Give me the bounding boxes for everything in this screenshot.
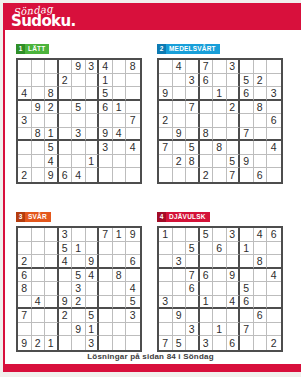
cell-r7c8: 6 — [254, 309, 268, 323]
cell-r7c5 — [213, 309, 227, 323]
bottom-red-bar — [3, 364, 301, 372]
cell-r3c2 — [32, 255, 46, 269]
cell-r6c9 — [267, 296, 281, 310]
cell-r4c5: 5 — [72, 101, 86, 115]
cell-r5c6 — [86, 114, 100, 128]
cell-r3c8 — [113, 87, 127, 101]
sudoku-grid-medium: 473365291637282698775842859276 — [157, 58, 283, 184]
cell-r8c5 — [72, 155, 86, 169]
puzzle-section-devilish: 4DJÄVULSK 153465613876946531469631775362 — [157, 205, 283, 352]
cell-r3c1: 9 — [159, 87, 173, 101]
cell-r8c2 — [32, 155, 46, 169]
cell-r7c6 — [227, 141, 241, 155]
cell-r4c1 — [159, 101, 173, 115]
cell-r6c7 — [99, 296, 113, 310]
cell-r7c8 — [254, 141, 268, 155]
cell-r6c4: 9 — [59, 296, 73, 310]
cell-r8c6: 1 — [86, 155, 100, 169]
cell-r5c4 — [200, 282, 214, 296]
cell-r8c1 — [18, 323, 32, 337]
cell-r2c1 — [159, 74, 173, 88]
cell-r2c2 — [173, 242, 187, 256]
cell-r7c4 — [59, 141, 73, 155]
cell-r7c8 — [113, 141, 127, 155]
puzzle-number-badge: 2 — [157, 44, 166, 54]
cell-r2c5: 6 — [213, 242, 227, 256]
cell-r1c8 — [113, 60, 127, 74]
cell-r9c7 — [240, 336, 254, 350]
cell-r4c7 — [240, 101, 254, 115]
cell-r4c8 — [254, 269, 268, 283]
cell-r1c9: 6 — [267, 228, 281, 242]
cell-r3c5: 1 — [213, 87, 227, 101]
cell-r8c4 — [200, 155, 214, 169]
cell-r4c6: 4 — [86, 269, 100, 283]
cell-r6c8 — [113, 296, 127, 310]
cell-r6c7: 9 — [99, 128, 113, 142]
cell-r6c1 — [18, 296, 32, 310]
cell-r4c1: 6 — [18, 269, 32, 283]
cell-r8c5: 9 — [72, 323, 86, 337]
cell-r3c1 — [159, 255, 173, 269]
cell-r8c3 — [45, 323, 59, 337]
cell-r9c6 — [86, 168, 100, 182]
cell-r2c6 — [86, 242, 100, 256]
cell-r1c5 — [72, 228, 86, 242]
cell-r8c1 — [159, 155, 173, 169]
cell-r8c3: 8 — [186, 155, 200, 169]
cell-r1c9: 8 — [126, 60, 140, 74]
cell-r2c1 — [159, 242, 173, 256]
cell-r9c6: 6 — [227, 336, 241, 350]
cell-r2c8 — [113, 74, 127, 88]
cell-r7c2 — [173, 141, 187, 155]
cell-r4c6: 2 — [227, 101, 241, 115]
cell-r4c2: 9 — [32, 101, 46, 115]
cell-r8c2 — [173, 323, 187, 337]
cell-r9c4: 3 — [200, 336, 214, 350]
cell-r1c7: 4 — [99, 60, 113, 74]
cell-r3c6 — [86, 87, 100, 101]
cell-r5c9: 4 — [126, 282, 140, 296]
cell-r9c8 — [113, 336, 127, 350]
cell-r1c9: 9 — [126, 228, 140, 242]
cell-r3c2 — [32, 87, 46, 101]
cell-r7c7 — [240, 309, 254, 323]
cell-r8c4 — [59, 323, 73, 337]
cell-r2c3 — [45, 74, 59, 88]
cell-r5c4 — [59, 114, 73, 128]
cell-r2c7: 1 — [99, 74, 113, 88]
cell-r3c2: 3 — [173, 255, 187, 269]
cell-r2c7: 5 — [240, 74, 254, 88]
cell-r4c8: 8 — [113, 269, 127, 283]
cell-r3c1: 2 — [18, 255, 32, 269]
cell-r3c7 — [99, 255, 113, 269]
cell-r8c6 — [227, 323, 241, 337]
cell-r6c8 — [254, 128, 268, 142]
cell-r1c3 — [186, 228, 200, 242]
cell-r8c7: 7 — [240, 323, 254, 337]
cell-r2c5 — [213, 74, 227, 88]
cell-r2c1 — [18, 242, 32, 256]
cell-r4c9 — [126, 269, 140, 283]
cell-r3c6: 9 — [86, 255, 100, 269]
cell-r7c7: 3 — [99, 141, 113, 155]
cell-r7c2 — [32, 141, 46, 155]
cell-r3c7: 5 — [99, 87, 113, 101]
cell-r1c2 — [32, 60, 46, 74]
cell-r6c5 — [213, 128, 227, 142]
puzzle-section-medium: 2MEDELSVÅRT 4733652916372826987758428592… — [157, 37, 283, 184]
cell-r4c1 — [159, 269, 173, 283]
cell-r5c9 — [267, 282, 281, 296]
cell-r5c1 — [159, 282, 173, 296]
cell-r9c3 — [186, 168, 200, 182]
cell-r1c9 — [267, 60, 281, 74]
cell-r5c6 — [227, 114, 241, 128]
cell-r4c4: 6 — [200, 269, 214, 283]
cell-r2c8 — [254, 242, 268, 256]
sudoku-grid-devilish: 153465613876946531469631775362 — [157, 226, 283, 352]
cell-r1c6: 3 — [227, 60, 241, 74]
sudoku-grid-hard: 3719512496654883449257253919213 — [16, 226, 142, 352]
cell-r5c2 — [173, 114, 187, 128]
cell-r1c1: 1 — [159, 228, 173, 242]
masthead-banner: Söndag Sudoku. — [3, 3, 301, 30]
cell-r8c9 — [267, 155, 281, 169]
cell-r9c7 — [240, 168, 254, 182]
cell-r8c9 — [126, 155, 140, 169]
cell-r5c1: 2 — [159, 114, 173, 128]
cell-r6c7: 7 — [240, 128, 254, 142]
cell-r8c3: 4 — [45, 155, 59, 169]
cell-r1c2 — [173, 228, 187, 242]
cell-r1c8: 4 — [254, 228, 268, 242]
cell-r2c9 — [267, 242, 281, 256]
cell-r2c3: 5 — [186, 242, 200, 256]
cell-r9c9: 2 — [267, 336, 281, 350]
cell-r1c4: 7 — [200, 60, 214, 74]
cell-r7c9: 3 — [126, 309, 140, 323]
cell-r8c9 — [267, 323, 281, 337]
cell-r2c6 — [86, 74, 100, 88]
cell-r7c4: 2 — [59, 309, 73, 323]
cell-r4c3: 2 — [45, 101, 59, 115]
cell-r8c3: 3 — [186, 323, 200, 337]
cell-r9c1: 2 — [18, 168, 32, 182]
cell-r2c9 — [126, 74, 140, 88]
cell-r6c6 — [86, 296, 100, 310]
cell-r4c5: 5 — [72, 269, 86, 283]
cell-r6c9 — [267, 128, 281, 142]
cell-r6c2: 8 — [32, 128, 46, 142]
cell-r4c2 — [173, 101, 187, 115]
cell-r7c3 — [186, 309, 200, 323]
puzzle-number-badge: 1 — [16, 44, 25, 54]
cell-r5c8 — [113, 114, 127, 128]
cell-r2c3 — [45, 242, 59, 256]
cell-r2c9 — [126, 242, 140, 256]
cell-r7c3: 5 — [45, 141, 59, 155]
cell-r7c4 — [200, 141, 214, 155]
left-red-rule — [3, 30, 5, 364]
cell-r8c8 — [254, 155, 268, 169]
cell-r8c2 — [32, 323, 46, 337]
cell-r9c1: 7 — [159, 336, 173, 350]
cell-r9c9 — [267, 168, 281, 182]
cell-r4c4 — [200, 101, 214, 115]
cell-r9c7 — [99, 336, 113, 350]
cell-r9c9 — [126, 336, 140, 350]
cell-r9c4: 2 — [200, 168, 214, 182]
cell-r6c2 — [173, 296, 187, 310]
cell-r4c5 — [213, 269, 227, 283]
cell-r5c7 — [99, 282, 113, 296]
cell-r9c4: 6 — [59, 168, 73, 182]
cell-r7c9: 4 — [267, 141, 281, 155]
cell-r5c9: 6 — [267, 114, 281, 128]
cell-r5c5 — [72, 114, 86, 128]
cell-r1c2: 4 — [173, 60, 187, 74]
cell-r1c2 — [32, 228, 46, 242]
cell-r7c6 — [227, 309, 241, 323]
cell-r2c6 — [227, 242, 241, 256]
cell-r3c4 — [200, 255, 214, 269]
cell-r1c6: 3 — [86, 60, 100, 74]
cell-r6c8: 4 — [113, 128, 127, 142]
cell-r1c3 — [45, 60, 59, 74]
cell-r3c5 — [72, 87, 86, 101]
cell-r7c5 — [72, 309, 86, 323]
cell-r8c5: 1 — [213, 323, 227, 337]
cell-r5c8 — [254, 282, 268, 296]
cell-r1c3 — [45, 228, 59, 242]
cell-r5c7 — [240, 114, 254, 128]
cell-r8c7 — [99, 323, 113, 337]
puzzle-number-badge: 4 — [157, 212, 166, 222]
cell-r5c3: 6 — [186, 282, 200, 296]
cell-r7c6: 5 — [86, 309, 100, 323]
cell-r5c7 — [99, 114, 113, 128]
cell-r7c1 — [18, 141, 32, 155]
cell-r6c1 — [159, 128, 173, 142]
cell-r7c8 — [113, 309, 127, 323]
cell-r5c4 — [59, 282, 73, 296]
cell-r6c2: 4 — [32, 296, 46, 310]
cell-r3c3 — [186, 255, 200, 269]
puzzle-label-medium: 2MEDELSVÅRT — [157, 44, 220, 54]
cell-r5c2 — [32, 114, 46, 128]
cell-r2c3: 3 — [186, 74, 200, 88]
cell-r4c6: 9 — [227, 269, 241, 283]
cell-r8c6: 1 — [86, 323, 100, 337]
cell-r8c7 — [99, 155, 113, 169]
cell-r1c4: 5 — [200, 228, 214, 242]
cell-r8c4 — [200, 323, 214, 337]
cell-r4c7 — [240, 269, 254, 283]
cell-r6c1 — [18, 128, 32, 142]
cell-r6c4 — [59, 128, 73, 142]
cell-r6c3 — [186, 296, 200, 310]
cell-r2c1 — [18, 74, 32, 88]
magazine-page: Söndag Sudoku. 1LÄTT 9348214859256137813… — [0, 0, 301, 377]
cell-r6c4: 8 — [200, 128, 214, 142]
puzzle-difficulty-name: DJÄVULSK — [166, 212, 210, 222]
cell-r9c2: 5 — [173, 336, 187, 350]
puzzle-difficulty-name: SVÅR — [25, 212, 51, 222]
cell-r4c7: 6 — [99, 101, 113, 115]
cell-r7c9: 4 — [126, 141, 140, 155]
cell-r9c1 — [159, 168, 173, 182]
cell-r4c4 — [59, 101, 73, 115]
cell-r8c6: 5 — [227, 155, 241, 169]
cell-r8c2: 2 — [173, 155, 187, 169]
cell-r3c8 — [254, 87, 268, 101]
cell-r8c8 — [113, 323, 127, 337]
cell-r1c1 — [18, 60, 32, 74]
cell-r2c4: 6 — [200, 74, 214, 88]
cell-r7c3 — [45, 309, 59, 323]
puzzle-label-easy: 1LÄTT — [16, 44, 49, 54]
cell-r3c7 — [240, 255, 254, 269]
cell-r1c1 — [18, 228, 32, 242]
puzzle-number-badge: 3 — [16, 212, 25, 222]
cell-r2c2 — [32, 242, 46, 256]
cell-r2c8: 2 — [254, 74, 268, 88]
cell-r5c7: 5 — [240, 282, 254, 296]
cell-r3c8 — [113, 255, 127, 269]
cell-r5c2 — [32, 282, 46, 296]
cell-r9c2: 2 — [32, 336, 46, 350]
cell-r6c6 — [86, 128, 100, 142]
cell-r7c1: 7 — [18, 309, 32, 323]
cell-r5c5 — [213, 114, 227, 128]
cell-r3c2 — [173, 87, 187, 101]
cell-r3c1: 4 — [18, 87, 32, 101]
cell-r1c5 — [213, 60, 227, 74]
puzzle-label-devilish: 4DJÄVULSK — [157, 212, 210, 222]
masthead-title: Sudoku. — [11, 12, 76, 30]
cell-r1c3 — [186, 60, 200, 74]
cell-r1c7 — [240, 228, 254, 242]
cell-r3c9: 3 — [267, 87, 281, 101]
cell-r1c5: 9 — [72, 60, 86, 74]
cell-r5c4 — [200, 114, 214, 128]
cell-r7c1: 7 — [159, 141, 173, 155]
cell-r4c2 — [173, 269, 187, 283]
cell-r2c5 — [72, 74, 86, 88]
cell-r3c4 — [59, 87, 73, 101]
cell-r6c6 — [227, 128, 241, 142]
cell-r5c6 — [227, 282, 241, 296]
cell-r3c3 — [186, 87, 200, 101]
cell-r6c9: 5 — [126, 296, 140, 310]
cell-r7c6 — [86, 141, 100, 155]
cell-r6c7: 6 — [240, 296, 254, 310]
cell-r6c2: 9 — [173, 128, 187, 142]
cell-r2c5: 1 — [72, 242, 86, 256]
cell-r9c2 — [173, 168, 187, 182]
cell-r8c8 — [254, 323, 268, 337]
cell-r6c8 — [254, 296, 268, 310]
cell-r4c3 — [45, 269, 59, 283]
cell-r2c8 — [113, 242, 127, 256]
cell-r3c3 — [45, 255, 59, 269]
cell-r9c1: 9 — [18, 336, 32, 350]
cell-r5c3 — [186, 114, 200, 128]
cell-r4c5 — [213, 101, 227, 115]
cell-r2c2 — [32, 74, 46, 88]
cell-r1c4 — [59, 60, 73, 74]
cell-r9c5 — [72, 336, 86, 350]
cell-r1c6: 3 — [227, 228, 241, 242]
cell-r6c4: 1 — [200, 296, 214, 310]
cell-r5c5: 3 — [72, 282, 86, 296]
cell-r6c9 — [126, 128, 140, 142]
cell-r3c6 — [227, 87, 241, 101]
cell-r1c8: 1 — [113, 228, 127, 242]
cell-r1c5 — [213, 228, 227, 242]
cell-r6c5: 3 — [72, 128, 86, 142]
cell-r1c7 — [240, 60, 254, 74]
cell-r2c7 — [99, 242, 113, 256]
cell-r7c4 — [200, 309, 214, 323]
puzzle-section-hard: 3SVÅR 3719512496654883449257253919213 — [16, 205, 142, 352]
cell-r7c2 — [32, 309, 46, 323]
cell-r4c3: 7 — [186, 101, 200, 115]
cell-r2c2 — [173, 74, 187, 88]
cell-r4c8: 1 — [113, 101, 127, 115]
cell-r1c1 — [159, 60, 173, 74]
cell-r7c2: 9 — [173, 309, 187, 323]
cell-r3c8: 8 — [254, 255, 268, 269]
cell-r5c3 — [45, 282, 59, 296]
cell-r4c6 — [86, 101, 100, 115]
cell-r9c8: 6 — [254, 168, 268, 182]
cell-r8c7: 9 — [240, 155, 254, 169]
cell-r9c9 — [126, 168, 140, 182]
cell-r6c5 — [213, 296, 227, 310]
cell-r8c8 — [113, 155, 127, 169]
cell-r5c3 — [45, 114, 59, 128]
cell-r7c7 — [99, 309, 113, 323]
cell-r9c6: 7 — [227, 168, 241, 182]
cell-r3c9 — [267, 255, 281, 269]
cell-r9c8 — [113, 168, 127, 182]
puzzle-section-easy: 1LÄTT 934821485925613781394534412964 — [16, 37, 142, 184]
cell-r5c1: 8 — [18, 282, 32, 296]
cell-r7c1 — [159, 309, 173, 323]
cell-r3c9: 6 — [126, 255, 140, 269]
cell-r9c4 — [59, 336, 73, 350]
cell-r3c6 — [227, 255, 241, 269]
cell-r6c1: 3 — [159, 296, 173, 310]
puzzle-difficulty-name: MEDELSVÅRT — [166, 44, 220, 54]
cell-r6c5: 2 — [72, 296, 86, 310]
cell-r1c7: 7 — [99, 228, 113, 242]
cell-r1c4: 3 — [59, 228, 73, 242]
cell-r3c7: 6 — [240, 87, 254, 101]
cell-r7c5 — [72, 141, 86, 155]
cell-r9c6: 3 — [86, 336, 100, 350]
cell-r1c6 — [86, 228, 100, 242]
cell-r9c2 — [32, 168, 46, 182]
cell-r2c9 — [267, 74, 281, 88]
puzzle-difficulty-name: LÄTT — [25, 44, 49, 54]
cell-r9c5 — [213, 168, 227, 182]
cell-r4c1 — [18, 101, 32, 115]
